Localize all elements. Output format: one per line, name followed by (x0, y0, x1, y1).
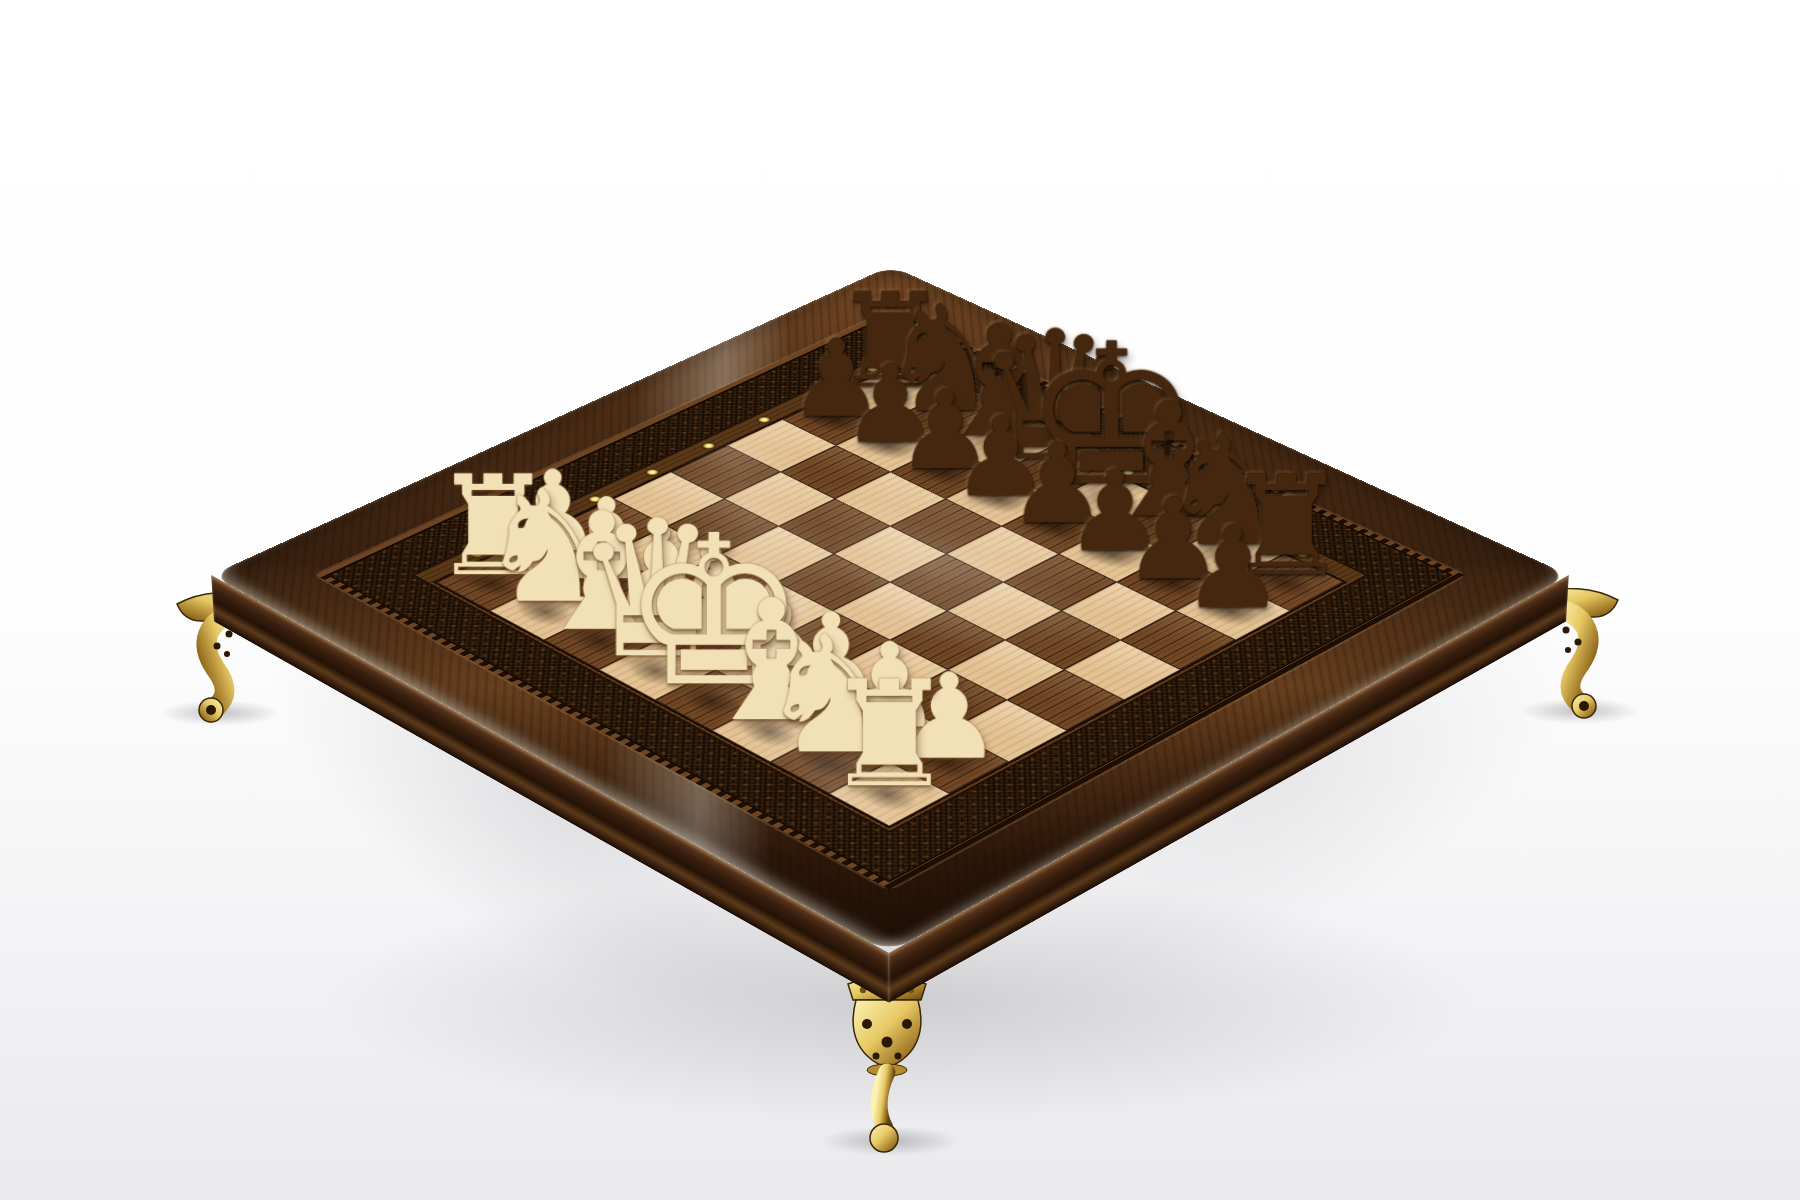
piece-black-pawn: ♟ (1182, 513, 1283, 621)
carved-filigree-band: ♜♞♝♛♚♝♞♜♟♟♟♟♟♟♟♟♟♟♟♟♟♟♟♟♜♞♝♛♚♝♞♜ (316, 310, 1464, 890)
square-f6[interactable] (1003, 554, 1116, 611)
square-g5[interactable] (1005, 611, 1120, 670)
walnut-margin: ♜♞♝♛♚♝♞♜♟♟♟♟♟♟♟♟♟♟♟♟♟♟♟♟♜♞♝♛♚♝♞♜ (412, 351, 1368, 832)
square-e5[interactable] (890, 554, 1003, 611)
photo-backdrop: ♜♞♝♛♚♝♞♜♟♟♟♟♟♟♟♟♟♟♟♟♟♟♟♟♜♞♝♛♚♝♞♜ (0, 0, 1800, 1200)
piece-white-rook: ♜ (824, 665, 956, 805)
chess-board: ♜♞♝♛♚♝♞♜♟♟♟♟♟♟♟♟♟♟♟♟♟♟♟♟♜♞♝♛♚♝♞♜ (211, 266, 1569, 953)
perspective-scene: ♜♞♝♛♚♝♞♜♟♟♟♟♟♟♟♟♟♟♟♟♟♟♟♟♜♞♝♛♚♝♞♜ (0, 0, 1800, 1200)
outer-walnut-frame: ♜♞♝♛♚♝♞♜♟♟♟♟♟♟♟♟♟♟♟♟♟♟♟♟♜♞♝♛♚♝♞♜ (211, 266, 1569, 953)
playing-field: ♜♞♝♛♚♝♞♜♟♟♟♟♟♟♟♟♟♟♟♟♟♟♟♟♜♞♝♛♚♝♞♜ (432, 367, 1347, 829)
square-h1[interactable]: ♜ (829, 762, 949, 826)
